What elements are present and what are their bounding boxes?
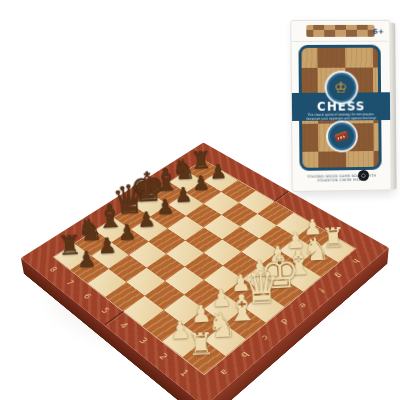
black-pawn-e7: ♟: [156, 198, 175, 218]
product-photo: 6+ CHESS The classic game of strategy fo…: [0, 0, 400, 400]
board-scene: 87654321 hgfedcba ♜♟♟♜♞♟♟♞♝♟♟♝♚♟♟♚♛♟♟♛♝♟…: [0, 0, 400, 400]
black-pawn-d7: ♟: [137, 210, 156, 231]
board-squares: 87654321 hgfedcba ♜♟♟♜♞♟♟♞♝♟♟♝♚♟♟♚♛♟♟♛♝♟…: [53, 159, 356, 375]
black-pawn-f7: ♟: [174, 186, 193, 206]
black-pawn-g7: ♟: [192, 174, 210, 194]
black-pawn-h7: ♟: [209, 163, 227, 183]
black-pawn-c7: ♟: [118, 223, 137, 244]
black-pawn-b7: ♟: [98, 236, 118, 257]
white-rook-a1: ♜: [187, 329, 215, 359]
black-pawn-a7: ♟: [77, 250, 97, 272]
chess-board: 87654321 hgfedcba ♜♟♟♜♞♟♟♞♝♟♟♝♚♟♟♚♛♟♟♛♝♟…: [21, 142, 389, 400]
